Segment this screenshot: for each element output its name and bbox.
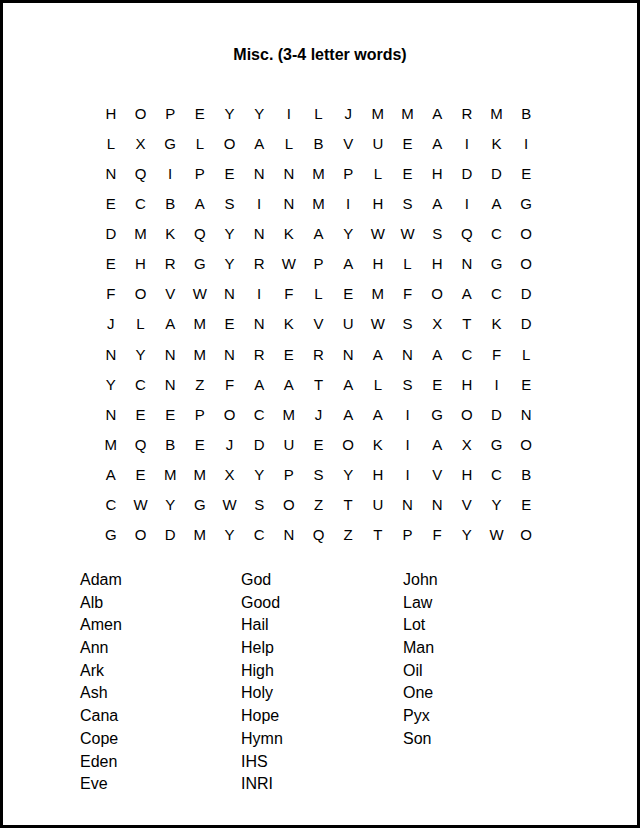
grid-cell[interactable]: J (96, 309, 126, 339)
grid-cell[interactable]: K (274, 219, 304, 249)
grid-cell[interactable]: Y (96, 369, 126, 399)
grid-cell[interactable]: N (244, 158, 274, 188)
grid-cell[interactable]: M (274, 399, 304, 429)
grid-cell[interactable]: Y (482, 490, 512, 520)
grid-cell[interactable]: D (452, 158, 482, 188)
grid-cell[interactable]: N (452, 249, 482, 279)
grid-cell[interactable]: L (304, 279, 334, 309)
word-list-item: Pyx (403, 705, 438, 728)
grid-cell[interactable]: N (511, 399, 541, 429)
grid-cell[interactable]: N (96, 339, 126, 369)
grid-cell[interactable]: I (393, 460, 423, 490)
grid-cell[interactable]: W (126, 490, 156, 520)
grid-cell[interactable]: W (482, 520, 512, 550)
grid-cell[interactable]: D (155, 520, 185, 550)
grid-cell[interactable]: E (393, 128, 423, 158)
grid-cell[interactable]: A (185, 188, 215, 218)
word-list-item: Cana (80, 705, 122, 728)
word-list-item: Lot (403, 614, 438, 637)
grid-cell[interactable]: N (215, 339, 245, 369)
grid-cell[interactable]: R (155, 249, 185, 279)
grid-cell[interactable]: C (452, 339, 482, 369)
grid-cell[interactable]: B (304, 128, 334, 158)
grid-cell[interactable]: H (422, 158, 452, 188)
grid-cell[interactable]: C (96, 490, 126, 520)
grid-cell[interactable]: E (126, 399, 156, 429)
grid-cell[interactable]: S (422, 219, 452, 249)
grid-cell[interactable]: P (333, 158, 363, 188)
grid-cell[interactable]: H (126, 249, 156, 279)
grid-cell[interactable]: L (185, 128, 215, 158)
grid-cell[interactable]: D (96, 219, 126, 249)
word-list-item: Ann (80, 637, 122, 660)
grid-cell[interactable]: A (422, 339, 452, 369)
word-list-item: Ark (80, 660, 122, 683)
grid-cell[interactable]: I (452, 128, 482, 158)
grid-cell[interactable]: N (96, 158, 126, 188)
grid-cell[interactable]: Q (126, 429, 156, 459)
grid-cell[interactable]: V (452, 490, 482, 520)
grid-cell[interactable]: X (126, 128, 156, 158)
grid-cell[interactable]: E (215, 158, 245, 188)
word-list-item: Amen (80, 614, 122, 637)
grid-cell[interactable]: A (274, 369, 304, 399)
grid-cell[interactable]: A (244, 128, 274, 158)
grid-cell[interactable]: D (511, 309, 541, 339)
grid-cell[interactable]: E (274, 339, 304, 369)
grid-cell[interactable]: A (333, 399, 363, 429)
grid-cell[interactable]: W (393, 219, 423, 249)
grid-cell[interactable]: K (363, 429, 393, 459)
word-list-column: AdamAlbAmenAnnArkAshCanaCopeEdenEve (80, 569, 122, 796)
grid-cell[interactable]: M (185, 309, 215, 339)
grid-cell[interactable]: K (155, 219, 185, 249)
grid-cell[interactable]: M (185, 339, 215, 369)
grid-cell[interactable]: L (304, 98, 334, 128)
grid-cell[interactable]: A (363, 399, 393, 429)
grid-cell[interactable]: U (274, 429, 304, 459)
grid-cell[interactable]: M (304, 158, 334, 188)
word-list-item: God (241, 569, 283, 592)
grid-cell[interactable]: O (126, 520, 156, 550)
grid-cell[interactable]: S (393, 309, 423, 339)
grid-cell[interactable]: I (333, 188, 363, 218)
grid-cell[interactable]: Y (452, 520, 482, 550)
grid-cell[interactable]: D (511, 279, 541, 309)
word-list-item: John (403, 569, 438, 592)
grid-cell[interactable]: E (155, 399, 185, 429)
word-list-item: One (403, 682, 438, 705)
grid-cell[interactable]: W (274, 249, 304, 279)
grid-cell[interactable]: H (363, 460, 393, 490)
grid-cell[interactable]: W (363, 309, 393, 339)
grid-cell[interactable]: F (482, 339, 512, 369)
grid-cell[interactable]: L (363, 158, 393, 188)
grid-cell[interactable]: A (422, 128, 452, 158)
grid-cell[interactable]: M (185, 460, 215, 490)
word-list-item: Cope (80, 728, 122, 751)
grid-cell[interactable]: B (155, 188, 185, 218)
grid-cell[interactable]: I (244, 279, 274, 309)
word-list-item: Man (403, 637, 438, 660)
grid-cell[interactable]: N (274, 158, 304, 188)
grid-cell[interactable]: O (274, 490, 304, 520)
grid-cell[interactable]: N (215, 279, 245, 309)
grid-cell[interactable]: E (215, 309, 245, 339)
grid-cell[interactable]: A (96, 460, 126, 490)
word-list-item: Oil (403, 660, 438, 683)
grid-cell[interactable]: R (304, 339, 334, 369)
grid-cell[interactable]: L (363, 369, 393, 399)
grid-cell[interactable]: Y (244, 98, 274, 128)
grid-cell[interactable]: E (304, 429, 334, 459)
grid-cell[interactable]: M (363, 279, 393, 309)
grid-cell[interactable]: J (215, 429, 245, 459)
worksheet-page: Misc. (3-4 letter words) HOPEYYILJMMARMB… (0, 0, 640, 828)
grid-cell[interactable]: M (482, 98, 512, 128)
grid-cell[interactable]: L (96, 128, 126, 158)
grid-cell[interactable]: S (304, 460, 334, 490)
grid-cell[interactable]: L (511, 339, 541, 369)
grid-cell[interactable]: A (422, 188, 452, 218)
grid-cell[interactable]: H (422, 249, 452, 279)
grid-cell[interactable]: D (482, 399, 512, 429)
word-list-item: Eden (80, 751, 122, 774)
grid-cell[interactable]: S (393, 188, 423, 218)
grid-cell[interactable]: C (244, 399, 274, 429)
grid-cell[interactable]: U (363, 490, 393, 520)
grid-cell[interactable]: Q (452, 219, 482, 249)
grid-cell[interactable]: T (304, 369, 334, 399)
grid-cell[interactable]: I (482, 369, 512, 399)
word-list-item: Holy (241, 682, 283, 705)
grid-cell[interactable]: P (185, 399, 215, 429)
grid-cell[interactable]: C (482, 279, 512, 309)
grid-cell[interactable]: Y (244, 460, 274, 490)
grid-cell[interactable]: E (511, 490, 541, 520)
grid-cell[interactable]: V (422, 460, 452, 490)
grid-cell[interactable]: O (511, 520, 541, 550)
grid-cell[interactable]: E (185, 429, 215, 459)
grid-cell[interactable]: U (363, 128, 393, 158)
grid-cell[interactable]: N (155, 339, 185, 369)
grid-cell[interactable]: Z (304, 490, 334, 520)
grid-cell[interactable]: O (511, 219, 541, 249)
grid-cell[interactable]: H (363, 249, 393, 279)
grid-cell[interactable]: F (393, 279, 423, 309)
puzzle-title: Misc. (3-4 letter words) (3, 46, 637, 64)
grid-cell[interactable]: M (393, 98, 423, 128)
grid-cell[interactable]: Y (215, 98, 245, 128)
grid-cell[interactable]: A (422, 429, 452, 459)
grid-cell[interactable]: C (126, 188, 156, 218)
grid-cell[interactable]: F (96, 279, 126, 309)
grid-cell[interactable]: P (274, 460, 304, 490)
grid-cell[interactable]: B (511, 460, 541, 490)
grid-cell[interactable]: M (155, 460, 185, 490)
grid-cell[interactable]: K (482, 309, 512, 339)
grid-cell[interactable]: S (393, 369, 423, 399)
word-list-item: Help (241, 637, 283, 660)
grid-cell[interactable]: I (511, 128, 541, 158)
word-list-item: Alb (80, 592, 122, 615)
grid-cell[interactable]: Q (126, 158, 156, 188)
grid-cell[interactable]: Z (333, 520, 363, 550)
grid-cell[interactable]: L (126, 309, 156, 339)
word-list-item: Eve (80, 773, 122, 796)
grid-cell[interactable]: O (333, 429, 363, 459)
grid-cell[interactable]: A (333, 369, 363, 399)
grid-cell[interactable]: M (126, 219, 156, 249)
grid-cell[interactable]: H (452, 369, 482, 399)
grid-cell[interactable]: W (185, 279, 215, 309)
grid-cell[interactable]: V (304, 309, 334, 339)
grid-cell[interactable]: N (96, 399, 126, 429)
grid-cell[interactable]: B (511, 98, 541, 128)
grid-cell[interactable]: N (333, 339, 363, 369)
grid-cell[interactable]: A (333, 249, 363, 279)
grid-cell[interactable]: O (452, 399, 482, 429)
grid-cell[interactable]: A (363, 339, 393, 369)
word-list-column: JohnLawLotManOilOnePyxSon (403, 569, 438, 751)
grid-cell[interactable]: P (185, 158, 215, 188)
grid-cell[interactable]: I (452, 188, 482, 218)
grid-cell[interactable]: I (393, 429, 423, 459)
word-list-item: Law (403, 592, 438, 615)
grid-cell[interactable]: A (482, 188, 512, 218)
grid-cell[interactable]: A (422, 98, 452, 128)
grid-cell[interactable]: V (333, 128, 363, 158)
grid-cell[interactable]: R (244, 339, 274, 369)
grid-cell[interactable]: V (155, 279, 185, 309)
grid-cell[interactable]: G (185, 249, 215, 279)
grid-cell[interactable]: M (96, 429, 126, 459)
grid-cell[interactable]: E (511, 369, 541, 399)
grid-cell[interactable]: K (274, 309, 304, 339)
grid-cell[interactable]: E (126, 460, 156, 490)
grid-cell[interactable]: K (482, 128, 512, 158)
grid-cell[interactable]: Y (333, 219, 363, 249)
grid-cell[interactable]: S (215, 188, 245, 218)
grid-cell[interactable]: D (244, 429, 274, 459)
grid-cell[interactable]: L (393, 249, 423, 279)
grid-cell[interactable]: I (274, 98, 304, 128)
grid-cell[interactable]: H (96, 98, 126, 128)
grid-cell[interactable]: G (96, 520, 126, 550)
grid-cell[interactable]: C (126, 369, 156, 399)
grid-cell[interactable]: Y (215, 219, 245, 249)
grid-cell[interactable]: T (363, 520, 393, 550)
word-list-item: Adam (80, 569, 122, 592)
grid-cell[interactable]: J (333, 98, 363, 128)
word-list-item: Hymn (241, 728, 283, 751)
grid-cell[interactable]: E (333, 279, 363, 309)
grid-cell[interactable]: L (274, 128, 304, 158)
grid-cell[interactable]: Y (155, 490, 185, 520)
grid-cell[interactable]: N (274, 188, 304, 218)
grid-cell[interactable]: F (422, 520, 452, 550)
grid-cell[interactable]: J (304, 399, 334, 429)
grid-cell[interactable]: I (155, 158, 185, 188)
grid-cell[interactable]: I (393, 399, 423, 429)
grid-cell[interactable]: U (333, 309, 363, 339)
grid-cell[interactable]: C (244, 520, 274, 550)
grid-cell[interactable]: D (482, 158, 512, 188)
grid-cell[interactable]: O (511, 429, 541, 459)
grid-cell[interactable]: G (422, 399, 452, 429)
grid-cell[interactable]: N (155, 369, 185, 399)
grid-cell[interactable]: P (155, 98, 185, 128)
grid-cell[interactable]: E (185, 98, 215, 128)
grid-cell[interactable]: O (126, 279, 156, 309)
grid-cell[interactable]: N (393, 490, 423, 520)
grid-cell[interactable]: N (244, 219, 274, 249)
word-list-item: Hail (241, 614, 283, 637)
word-list-item: Hope (241, 705, 283, 728)
grid-cell[interactable]: Y (333, 460, 363, 490)
grid-cell[interactable]: W (363, 219, 393, 249)
grid-cell[interactable]: N (244, 309, 274, 339)
word-list-item: Son (403, 728, 438, 751)
grid-cell[interactable]: A (452, 279, 482, 309)
grid-cell[interactable]: Q (304, 520, 334, 550)
grid-cell[interactable]: E (96, 188, 126, 218)
grid-cell[interactable]: H (452, 460, 482, 490)
grid-cell[interactable]: T (452, 309, 482, 339)
grid-cell[interactable]: M (185, 520, 215, 550)
grid-cell[interactable]: R (452, 98, 482, 128)
grid-cell[interactable]: G (482, 249, 512, 279)
grid-cell[interactable]: F (274, 279, 304, 309)
grid-cell[interactable]: I (244, 188, 274, 218)
grid-cell[interactable]: O (422, 279, 452, 309)
grid-cell[interactable]: G (511, 188, 541, 218)
grid-cell[interactable]: H (363, 188, 393, 218)
word-list-item: High (241, 660, 283, 683)
grid-cell[interactable]: Z (185, 369, 215, 399)
grid-cell[interactable]: X (215, 460, 245, 490)
grid-cell[interactable]: X (452, 429, 482, 459)
grid-cell[interactable]: E (96, 249, 126, 279)
word-list-column: GodGoodHailHelpHighHolyHopeHymnIHSINRI (241, 569, 283, 796)
grid-cell[interactable]: B (155, 429, 185, 459)
grid-cell[interactable]: A (304, 219, 334, 249)
grid-cell[interactable]: P (304, 249, 334, 279)
grid-cell[interactable]: S (244, 490, 274, 520)
grid-cell[interactable]: Y (126, 339, 156, 369)
grid-cell[interactable]: G (185, 490, 215, 520)
grid-cell[interactable]: N (422, 490, 452, 520)
grid-cell[interactable]: E (422, 369, 452, 399)
grid-cell[interactable]: Y (215, 249, 245, 279)
grid-cell[interactable]: O (215, 399, 245, 429)
word-list-item: INRI (241, 773, 283, 796)
grid-cell[interactable]: C (482, 219, 512, 249)
grid-cell[interactable]: M (363, 98, 393, 128)
grid-cell[interactable]: G (155, 128, 185, 158)
grid-cell[interactable]: Q (185, 219, 215, 249)
grid-cell[interactable]: M (304, 188, 334, 218)
grid-cell[interactable]: G (482, 429, 512, 459)
grid-cell[interactable]: A (155, 309, 185, 339)
grid-cell[interactable]: N (274, 520, 304, 550)
grid-cell[interactable]: F (215, 369, 245, 399)
word-list-item: IHS (241, 751, 283, 774)
grid-cell[interactable]: X (422, 309, 452, 339)
grid-cell[interactable]: R (244, 249, 274, 279)
grid-cell[interactable]: E (511, 158, 541, 188)
word-list-item: Good (241, 592, 283, 615)
grid-cell[interactable]: P (393, 520, 423, 550)
word-list-item: Ash (80, 682, 122, 705)
grid-cell[interactable]: O (511, 249, 541, 279)
word-search-grid: HOPEYYILJMMARMBLXGLOALBVUEAIKINQIPENNMPL… (96, 98, 541, 550)
grid-cell[interactable]: O (126, 98, 156, 128)
grid-cell[interactable]: O (215, 128, 245, 158)
grid-cell[interactable]: E (393, 158, 423, 188)
grid-cell[interactable]: A (244, 369, 274, 399)
grid-cell[interactable]: T (333, 490, 363, 520)
grid-cell[interactable]: N (393, 339, 423, 369)
grid-cell[interactable]: Y (215, 520, 245, 550)
grid-cell[interactable]: C (482, 460, 512, 490)
grid-cell[interactable]: W (215, 490, 245, 520)
